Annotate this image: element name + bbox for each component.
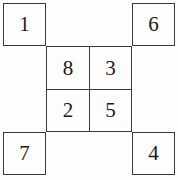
cell-r0c3: 6 [132,3,175,46]
cell-value: 5 [105,100,116,121]
cell-r0c2 [89,3,132,46]
cell-value: 7 [19,143,30,164]
cell-value: 3 [105,58,116,79]
cell-value: 4 [148,143,159,164]
cell-r2c3 [132,89,175,132]
cell-r2c0 [3,89,46,132]
puzzle-board: 16832574 [3,3,175,175]
cell-r0c0: 1 [3,3,46,46]
cell-r2c2: 5 [89,89,132,132]
cell-r3c1 [46,132,89,175]
cell-value: 1 [19,14,30,35]
cell-r1c2: 3 [89,46,132,89]
cell-value: 2 [63,100,74,121]
cell-r1c0 [3,46,46,89]
cell-r3c3: 4 [132,132,175,175]
cell-r1c3 [132,46,175,89]
cell-value: 8 [63,58,74,79]
cell-r1c1: 8 [46,46,89,89]
cell-r3c0: 7 [3,132,46,175]
cell-r0c1 [46,3,89,46]
cell-r3c2 [89,132,132,175]
puzzle-diagram: 16832574 [0,0,178,180]
cell-value: 6 [148,14,159,35]
cell-r2c1: 2 [46,89,89,132]
